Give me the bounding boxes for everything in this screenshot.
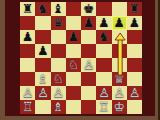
white-knight-d4[interactable]: ♘ — [66, 58, 81, 72]
square-d7[interactable] — [66, 16, 81, 30]
black-pawn-g7[interactable]: ♟ — [112, 16, 127, 30]
square-b1[interactable] — [35, 100, 50, 114]
white-pawn-h2[interactable]: ♙ — [127, 86, 142, 100]
white-pawn-f2[interactable]: ♙ — [96, 86, 111, 100]
square-e7[interactable]: ♟ — [81, 16, 96, 30]
square-f4[interactable] — [96, 58, 111, 72]
square-h5[interactable] — [127, 44, 142, 58]
square-e6[interactable] — [81, 30, 96, 44]
square-e2[interactable] — [81, 86, 96, 100]
black-king-e8[interactable]: ♚ — [81, 2, 96, 16]
square-g2[interactable]: ♙ — [112, 86, 127, 100]
square-g1[interactable]: ♔ — [112, 100, 127, 114]
square-a3[interactable] — [20, 72, 35, 86]
black-rook-h8[interactable]: ♜ — [127, 2, 142, 16]
square-f2[interactable]: ♙ — [96, 86, 111, 100]
square-c7[interactable]: ♛ — [51, 16, 66, 30]
square-h8[interactable]: ♜ — [127, 2, 142, 16]
square-f1[interactable]: ♖ — [96, 100, 111, 114]
screen-right-edge — [158, 0, 160, 120]
square-b8[interactable]: ♞ — [35, 2, 50, 16]
white-king-g1[interactable]: ♔ — [112, 100, 127, 114]
square-b3[interactable]: ♗ — [35, 72, 50, 86]
square-c6[interactable] — [51, 30, 66, 44]
square-c5[interactable] — [51, 44, 66, 58]
chess-board: ♜♞♝♚♜♛♟♟♟♟♟♟♞♟♘♙♗♘♕♙♙♙♙♙♙♖♗♖♔ — [20, 2, 142, 114]
black-knight-b8[interactable]: ♞ — [35, 2, 50, 16]
square-d2[interactable] — [66, 86, 81, 100]
square-g8[interactable] — [112, 2, 127, 16]
square-e8[interactable]: ♚ — [81, 2, 96, 16]
square-a1[interactable]: ♖ — [20, 100, 35, 114]
white-pawn-a2[interactable]: ♙ — [20, 86, 35, 100]
white-queen-g3[interactable]: ♕ — [112, 72, 127, 86]
square-e5[interactable] — [81, 44, 96, 58]
square-d6[interactable]: ♟ — [66, 30, 81, 44]
white-rook-a1[interactable]: ♖ — [20, 100, 35, 114]
square-e3[interactable] — [81, 72, 96, 86]
square-d5[interactable] — [66, 44, 81, 58]
square-h7[interactable]: ♟ — [127, 16, 142, 30]
square-c1[interactable]: ♗ — [51, 100, 66, 114]
square-b4[interactable] — [35, 58, 50, 72]
black-bishop-c8[interactable]: ♝ — [51, 2, 66, 16]
square-d8[interactable] — [66, 2, 81, 16]
square-g7[interactable]: ♟ — [112, 16, 127, 30]
square-a7[interactable] — [20, 16, 35, 30]
square-f6[interactable]: ♞ — [96, 30, 111, 44]
square-g5[interactable] — [112, 44, 127, 58]
black-pawn-b5[interactable]: ♟ — [35, 44, 50, 58]
square-c8[interactable]: ♝ — [51, 2, 66, 16]
white-pawn-e4[interactable]: ♙ — [81, 58, 96, 72]
white-bishop-c1[interactable]: ♗ — [51, 100, 66, 114]
square-h1[interactable] — [127, 100, 142, 114]
black-pawn-a6[interactable]: ♟ — [20, 30, 35, 44]
square-b2[interactable]: ♙ — [35, 86, 50, 100]
black-pawn-e7[interactable]: ♟ — [81, 16, 96, 30]
square-d1[interactable] — [66, 100, 81, 114]
square-g4[interactable] — [112, 58, 127, 72]
square-h6[interactable] — [127, 30, 142, 44]
square-h3[interactable] — [127, 72, 142, 86]
square-b5[interactable]: ♟ — [35, 44, 50, 58]
square-a8[interactable]: ♜ — [20, 2, 35, 16]
square-h4[interactable] — [127, 58, 142, 72]
square-a2[interactable]: ♙ — [20, 86, 35, 100]
black-pawn-f7[interactable]: ♟ — [96, 16, 111, 30]
square-c2[interactable]: ♙ — [51, 86, 66, 100]
square-g6[interactable] — [112, 30, 127, 44]
white-rook-f1[interactable]: ♖ — [96, 100, 111, 114]
square-f5[interactable] — [96, 44, 111, 58]
white-knight-c3[interactable]: ♘ — [51, 72, 66, 86]
square-b7[interactable] — [35, 16, 50, 30]
square-c3[interactable]: ♘ — [51, 72, 66, 86]
white-bishop-b3[interactable]: ♗ — [35, 72, 50, 86]
black-rook-a8[interactable]: ♜ — [20, 2, 35, 16]
chess-app-screen: ♜♞♝♚♜♛♟♟♟♟♟♟♞♟♘♙♗♘♕♙♙♙♙♙♙♖♗♖♔ — [0, 0, 160, 120]
black-pawn-h7[interactable]: ♟ — [127, 16, 142, 30]
white-pawn-c2[interactable]: ♙ — [51, 86, 66, 100]
square-b6[interactable] — [35, 30, 50, 44]
square-d4[interactable]: ♘ — [66, 58, 81, 72]
square-d3[interactable] — [66, 72, 81, 86]
square-f7[interactable]: ♟ — [96, 16, 111, 30]
square-a6[interactable]: ♟ — [20, 30, 35, 44]
square-a4[interactable] — [20, 58, 35, 72]
black-pawn-d6[interactable]: ♟ — [66, 30, 81, 44]
white-pawn-g2[interactable]: ♙ — [112, 86, 127, 100]
white-pawn-b2[interactable]: ♙ — [35, 86, 50, 100]
square-h2[interactable]: ♙ — [127, 86, 142, 100]
square-e4[interactable]: ♙ — [81, 58, 96, 72]
square-a5[interactable] — [20, 44, 35, 58]
square-f8[interactable] — [96, 2, 111, 16]
square-c4[interactable] — [51, 58, 66, 72]
black-queen-c7[interactable]: ♛ — [51, 16, 66, 30]
square-g3[interactable]: ♕ — [112, 72, 127, 86]
black-knight-f6[interactable]: ♞ — [96, 30, 111, 44]
square-f3[interactable] — [96, 72, 111, 86]
square-e1[interactable] — [81, 100, 96, 114]
